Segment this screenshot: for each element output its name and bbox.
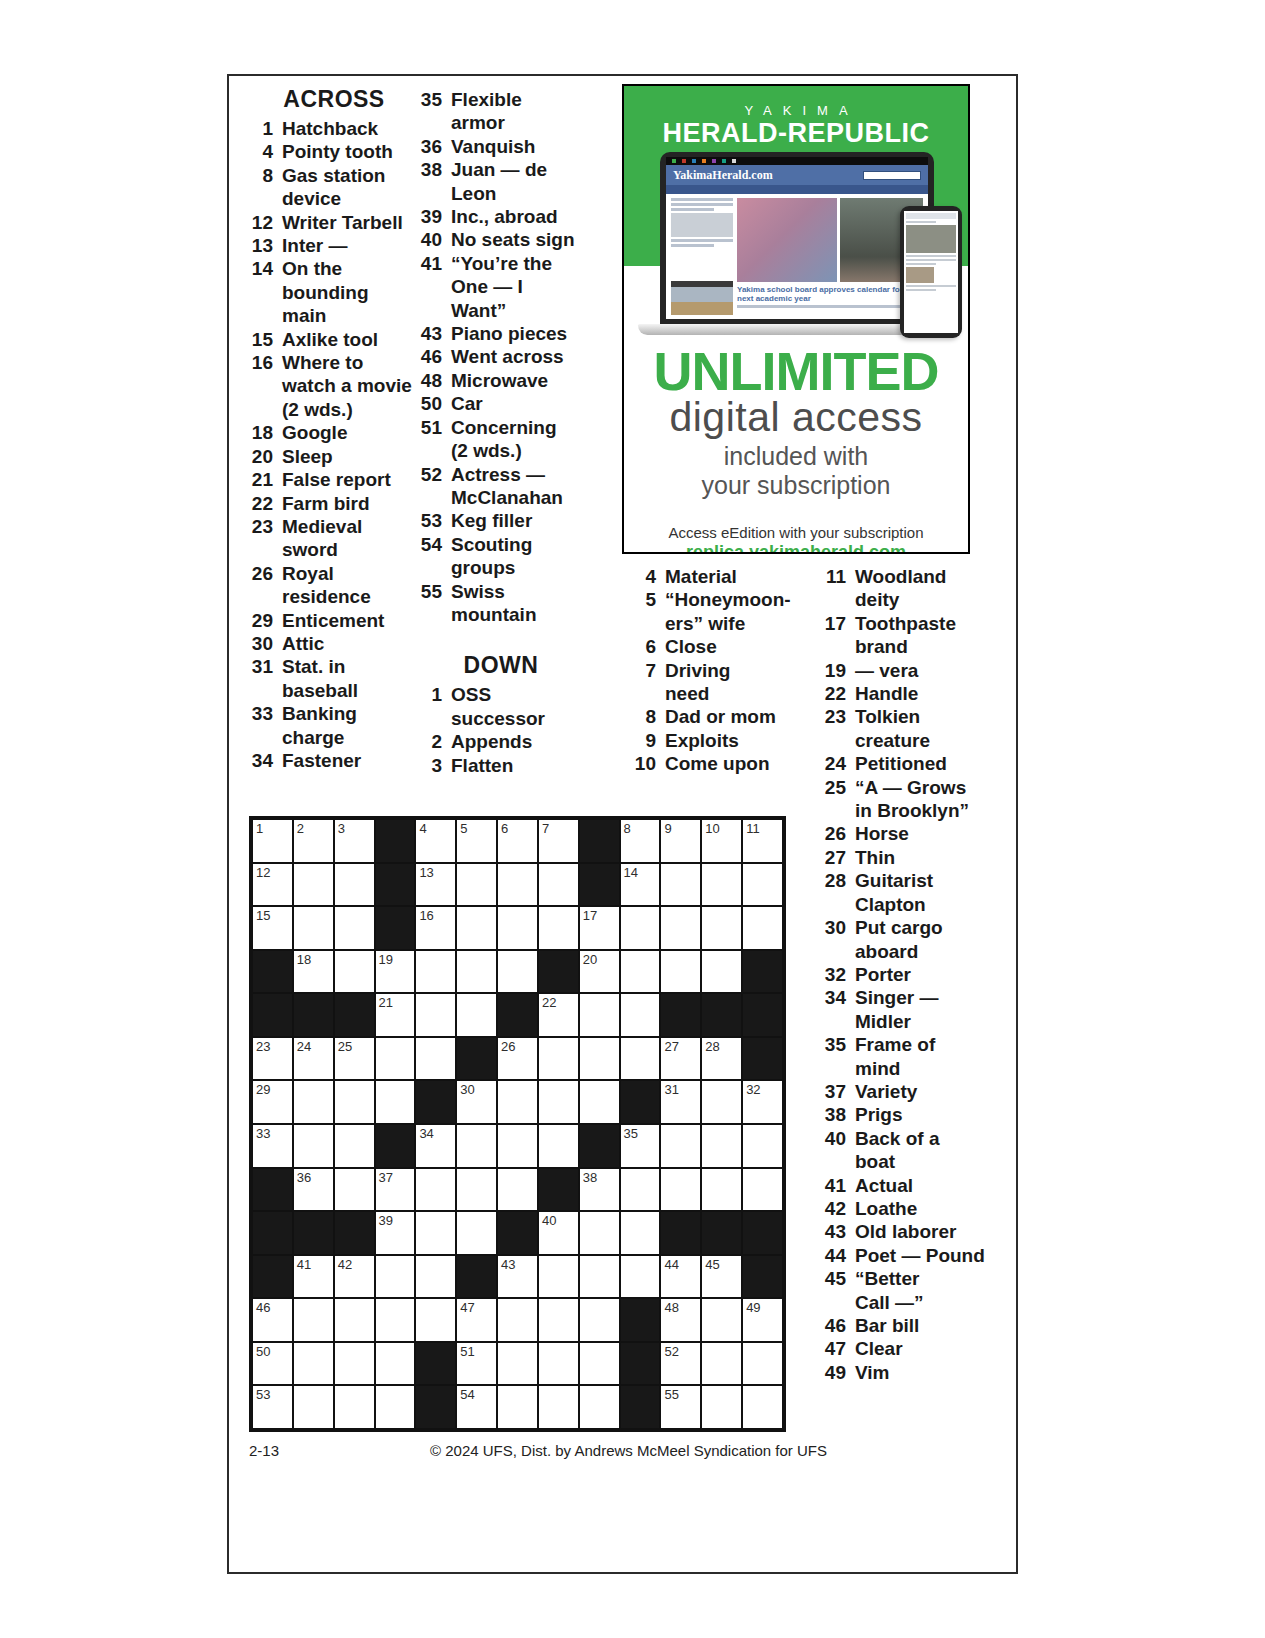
clue-text: Driving need: [665, 659, 777, 706]
cell-number: 9: [664, 821, 671, 836]
grid-cell[interactable]: [497, 1080, 538, 1124]
grid-cell[interactable]: [497, 1168, 538, 1212]
clues-column-3: 4Material5“Honeymoon- ers” wife6Close7Dr…: [629, 565, 781, 776]
cell-number: 16: [419, 908, 433, 923]
clue-text: Material: [665, 565, 777, 588]
grid-cell[interactable]: [334, 906, 375, 950]
grid-cell[interactable]: [375, 1080, 416, 1124]
grid-cell[interactable]: [701, 863, 742, 907]
grid-cell[interactable]: [415, 950, 456, 994]
grid-cell[interactable]: [538, 1037, 579, 1081]
grid-cell[interactable]: [701, 1080, 742, 1124]
grid-cell[interactable]: [456, 950, 497, 994]
grid-cell[interactable]: 36: [293, 1168, 334, 1212]
grid-cell[interactable]: 7: [538, 819, 579, 863]
clue-text: Hatchback: [282, 117, 417, 140]
grid-cell[interactable]: [620, 1037, 661, 1081]
black-cell: [579, 819, 620, 863]
clue-text: Variety: [855, 1080, 987, 1103]
grid-cell[interactable]: [334, 1342, 375, 1386]
clue-text: Attic: [282, 632, 417, 655]
grid-cell[interactable]: [293, 1080, 334, 1124]
clue-number: 32: [819, 963, 846, 986]
clue-item-across-46: 46Went across: [415, 345, 587, 368]
grid-cell[interactable]: [538, 1298, 579, 1342]
grid-cell[interactable]: [660, 950, 701, 994]
grid-cell[interactable]: 17: [579, 906, 620, 950]
grid-cell[interactable]: 32: [742, 1080, 783, 1124]
grid-cell[interactable]: [538, 906, 579, 950]
clue-text: “Better Call —”: [855, 1267, 987, 1314]
clue-item-across-15: 15Axlike tool: [246, 328, 422, 351]
grid-cell[interactable]: [497, 1342, 538, 1386]
grid-cell[interactable]: [579, 1037, 620, 1081]
cell-number: 25: [338, 1039, 352, 1054]
grid-cell[interactable]: 35: [620, 1124, 661, 1168]
clue-number: 19: [819, 659, 846, 682]
clue-item-down-46: 46Bar bill: [819, 1314, 991, 1337]
website-masthead: YakimaHerald.com: [666, 165, 928, 185]
clue-item-across-12: 12Writer Tarbell: [246, 211, 422, 234]
clue-text: Thin: [855, 846, 987, 869]
clue-text: Banking charge: [282, 702, 417, 749]
across-clues-list-2: 35Flexible armor36Vanquish38Juan — de Le…: [415, 88, 587, 626]
clue-number: 4: [246, 140, 273, 163]
clue-item-across-38: 38Juan — de Leon: [415, 158, 587, 205]
clue-number: 7: [629, 659, 656, 682]
clue-number: 47: [819, 1337, 846, 1360]
grid-cell[interactable]: [334, 1080, 375, 1124]
clue-number: 5: [629, 588, 656, 611]
cell-number: 49: [746, 1300, 760, 1315]
cell-number: 37: [379, 1170, 393, 1185]
cell-number: 51: [460, 1344, 474, 1359]
grid-cell[interactable]: [742, 906, 783, 950]
clue-text: Car: [451, 392, 578, 415]
clue-text: Horse: [855, 822, 987, 845]
clue-text: Tolkien creature: [855, 705, 987, 752]
grid-cell[interactable]: 13: [415, 863, 456, 907]
grid-cell[interactable]: 9: [660, 819, 701, 863]
grid-cell[interactable]: [701, 1124, 742, 1168]
grid-cell[interactable]: [334, 1385, 375, 1429]
clue-number: 43: [415, 322, 442, 345]
grid-cell[interactable]: 21: [375, 993, 416, 1037]
grid-cell[interactable]: 26: [497, 1037, 538, 1081]
clue-item-down-45: 45“Better Call —”: [819, 1267, 991, 1314]
grid-cell[interactable]: [742, 1385, 783, 1429]
grid-cell[interactable]: [497, 1124, 538, 1168]
clue-number: 6: [629, 635, 656, 658]
cell-number: 46: [256, 1300, 270, 1315]
grid-cell[interactable]: [456, 1211, 497, 1255]
clue-item-down-30: 30Put cargo aboard: [819, 916, 991, 963]
black-cell: [620, 1298, 661, 1342]
clue-text: Old laborer: [855, 1220, 987, 1243]
grid-cell[interactable]: [375, 1385, 416, 1429]
black-cell: [538, 1168, 579, 1212]
grid-cell[interactable]: [497, 1298, 538, 1342]
clue-number: 30: [819, 916, 846, 939]
black-cell: [620, 1385, 661, 1429]
grid-cell[interactable]: 1: [252, 819, 293, 863]
clue-text: Fastener: [282, 749, 417, 772]
grid-cell[interactable]: [579, 1080, 620, 1124]
clue-number: 10: [629, 752, 656, 775]
laptop-mockup: YakimaHerald.com: [660, 152, 934, 335]
clue-item-down-40: 40Back of a boat: [819, 1127, 991, 1174]
grid-cell[interactable]: 11: [742, 819, 783, 863]
clue-item-down-44: 44Poet — Pound: [819, 1244, 991, 1267]
grid-cell[interactable]: [375, 1298, 416, 1342]
grid-cell[interactable]: [701, 1385, 742, 1429]
grid-cell[interactable]: 48: [660, 1298, 701, 1342]
grid-cell[interactable]: 34: [415, 1124, 456, 1168]
cell-number: 14: [624, 865, 638, 880]
grid-cell[interactable]: [293, 1385, 334, 1429]
grid-cell[interactable]: 44: [660, 1255, 701, 1299]
grid-cell[interactable]: [660, 863, 701, 907]
clue-text: Frame of mind: [855, 1033, 987, 1080]
grid-cell[interactable]: [415, 993, 456, 1037]
clue-text: — vera: [855, 659, 987, 682]
black-cell: [415, 1342, 456, 1386]
grid-cell[interactable]: [456, 993, 497, 1037]
grid-cell[interactable]: 23: [252, 1037, 293, 1081]
black-cell: [742, 1037, 783, 1081]
clue-item-across-33: 33Banking charge: [246, 702, 422, 749]
clue-text: Close: [665, 635, 777, 658]
grid-cell[interactable]: [293, 1298, 334, 1342]
clue-number: 4: [629, 565, 656, 588]
grid-cell[interactable]: 8: [620, 819, 661, 863]
clue-number: 49: [819, 1361, 846, 1384]
clue-number: 55: [415, 580, 442, 603]
clue-number: 18: [246, 421, 273, 444]
clue-item-down-6: 6Close: [629, 635, 781, 658]
grid-cell[interactable]: [579, 1298, 620, 1342]
grid-cell[interactable]: 2: [293, 819, 334, 863]
clue-text: Where to watch a movie (2 wds.): [282, 351, 417, 421]
clue-number: 22: [819, 682, 846, 705]
grid-cell[interactable]: 20: [579, 950, 620, 994]
clue-number: 30: [246, 632, 273, 655]
grid-cell[interactable]: [375, 1037, 416, 1081]
clue-item-down-32: 32Porter: [819, 963, 991, 986]
clue-text: OSS successor: [451, 683, 578, 730]
grid-cell[interactable]: [620, 1211, 661, 1255]
grid-cell[interactable]: 33: [252, 1124, 293, 1168]
cell-number: 33: [256, 1126, 270, 1141]
grid-cell[interactable]: 51: [456, 1342, 497, 1386]
clue-text: Porter: [855, 963, 987, 986]
grid-cell[interactable]: [579, 993, 620, 1037]
grid-cell[interactable]: 40: [538, 1211, 579, 1255]
grid-cell[interactable]: 42: [334, 1255, 375, 1299]
black-cell: [252, 993, 293, 1037]
clue-item-across-13: 13Inter —: [246, 234, 422, 257]
clue-item-down-38: 38Prigs: [819, 1103, 991, 1126]
grid-cell[interactable]: [456, 1168, 497, 1212]
grid-cell[interactable]: [375, 1255, 416, 1299]
black-cell: [334, 1211, 375, 1255]
grid-cell[interactable]: [579, 1342, 620, 1386]
grid-cell[interactable]: [497, 950, 538, 994]
grid-cell[interactable]: 37: [375, 1168, 416, 1212]
clue-text: Clear: [855, 1337, 987, 1360]
grid-cell[interactable]: [497, 906, 538, 950]
grid-cell[interactable]: [334, 1168, 375, 1212]
grid-cell[interactable]: 53: [252, 1385, 293, 1429]
grid-cell[interactable]: 50: [252, 1342, 293, 1386]
clue-text: Keg filler: [451, 509, 578, 532]
grid-cell[interactable]: [579, 1211, 620, 1255]
grid-cell[interactable]: 3: [334, 819, 375, 863]
cell-number: 6: [501, 821, 508, 836]
grid-cell[interactable]: 15: [252, 906, 293, 950]
grid-cell[interactable]: 25: [334, 1037, 375, 1081]
grid-cell[interactable]: [538, 1342, 579, 1386]
clue-text: False report: [282, 468, 417, 491]
grid-cell[interactable]: [742, 1124, 783, 1168]
grid-cell[interactable]: [293, 1124, 334, 1168]
grid-cell[interactable]: [456, 906, 497, 950]
ad-brand-top: YAKIMA: [624, 103, 968, 118]
clue-number: 28: [819, 869, 846, 892]
clue-item-down-25: 25“A — Grows in Brooklyn”: [819, 776, 991, 823]
grid-cell[interactable]: [415, 1168, 456, 1212]
clue-item-down-34: 34Singer — Midler: [819, 986, 991, 1033]
grid-cell[interactable]: 10: [701, 819, 742, 863]
website-main-column: Yakima school board approves calendar fo…: [737, 198, 923, 315]
clue-number: 37: [819, 1080, 846, 1103]
grid-cell[interactable]: 39: [375, 1211, 416, 1255]
ad-headline: UNLIMITED: [624, 340, 968, 402]
clue-text: Piano pieces: [451, 322, 578, 345]
grid-cell[interactable]: 27: [660, 1037, 701, 1081]
grid-cell[interactable]: [660, 906, 701, 950]
clue-number: 52: [415, 463, 442, 486]
clue-text: Inc., abroad: [451, 205, 578, 228]
cell-number: 30: [460, 1082, 474, 1097]
grid-cell[interactable]: [538, 1124, 579, 1168]
grid-cell[interactable]: 52: [660, 1342, 701, 1386]
grid-cell[interactable]: [293, 863, 334, 907]
cell-number: 29: [256, 1082, 270, 1097]
grid-cell[interactable]: 54: [456, 1385, 497, 1429]
clue-number: 34: [246, 749, 273, 772]
clue-text: Exploits: [665, 729, 777, 752]
clue-item-across-52: 52Actress — McClanahan: [415, 463, 587, 510]
puzzle-frame: ACROSS 1Hatchback4Pointy tooth8Gas stati…: [227, 74, 1018, 1574]
grid-cell[interactable]: [579, 1255, 620, 1299]
clue-number: 35: [819, 1033, 846, 1056]
grid-cell[interactable]: 16: [415, 906, 456, 950]
grid-cell[interactable]: 45: [701, 1255, 742, 1299]
clue-item-across-48: 48Microwave: [415, 369, 587, 392]
ad-access-line: Access eEdition with your subscription: [624, 524, 968, 541]
grid-cell[interactable]: [701, 1342, 742, 1386]
grid-cell[interactable]: [334, 1298, 375, 1342]
clue-item-down-35: 35Frame of mind: [819, 1033, 991, 1080]
clue-item-across-1: 1Hatchback: [246, 117, 422, 140]
grid-cell[interactable]: [701, 1168, 742, 1212]
grid-cell[interactable]: [334, 1124, 375, 1168]
black-cell: [375, 819, 416, 863]
grid-cell[interactable]: [334, 950, 375, 994]
grid-cell[interactable]: 18: [293, 950, 334, 994]
grid-cell[interactable]: 6: [497, 819, 538, 863]
grid-cell[interactable]: [293, 906, 334, 950]
clue-number: 9: [629, 729, 656, 752]
clue-item-down-43: 43Old laborer: [819, 1220, 991, 1243]
phone-photo: [906, 225, 956, 253]
grid-cell[interactable]: [538, 1385, 579, 1429]
grid-cell[interactable]: 12: [252, 863, 293, 907]
grid-cell[interactable]: [660, 1124, 701, 1168]
grid-cell[interactable]: [538, 1080, 579, 1124]
clue-item-across-18: 18Google: [246, 421, 422, 444]
clue-text: Bar bill: [855, 1314, 987, 1337]
clue-item-down-9: 9Exploits: [629, 729, 781, 752]
grid-cell[interactable]: [579, 1385, 620, 1429]
website-car-photo: [671, 281, 733, 315]
subscription-ad[interactable]: YAKIMA HERALD-REPUBLIC YakimaHerald.com: [622, 84, 970, 554]
clue-text: “Honeymoon- ers” wife: [665, 588, 777, 635]
clue-item-down-23: 23Tolkien creature: [819, 705, 991, 752]
grid-cell[interactable]: [660, 1168, 701, 1212]
clue-item-across-23: 23Medieval sword: [246, 515, 422, 562]
grid-cell[interactable]: 31: [660, 1080, 701, 1124]
black-cell: [375, 1124, 416, 1168]
clue-number: 40: [415, 228, 442, 251]
grid-cell[interactable]: 47: [456, 1298, 497, 1342]
cell-number: 39: [379, 1213, 393, 1228]
clue-number: 11: [819, 565, 846, 588]
grid-cell[interactable]: [456, 863, 497, 907]
cell-number: 45: [705, 1257, 719, 1272]
cell-number: 27: [664, 1039, 678, 1054]
clue-number: 26: [246, 562, 273, 585]
clue-item-across-39: 39Inc., abroad: [415, 205, 587, 228]
cell-number: 19: [379, 952, 393, 967]
cell-number: 15: [256, 908, 270, 923]
grid-cell[interactable]: [375, 1342, 416, 1386]
website-nav-bar: [666, 185, 928, 194]
grid-cell[interactable]: [701, 906, 742, 950]
clue-number: 33: [246, 702, 273, 725]
black-cell: [456, 1037, 497, 1081]
across-header: ACROSS: [246, 86, 422, 113]
ad-url[interactable]: replica.yakimaherald.com: [624, 542, 968, 554]
website-photo-person: [737, 198, 837, 282]
grid-cell[interactable]: [701, 1298, 742, 1342]
clue-number: 20: [246, 445, 273, 468]
clue-item-down-4: 4Material: [629, 565, 781, 588]
clue-item-down-37: 37Variety: [819, 1080, 991, 1103]
grid-cell[interactable]: [620, 993, 661, 1037]
grid-cell[interactable]: [456, 1124, 497, 1168]
grid-cell[interactable]: 28: [701, 1037, 742, 1081]
cell-number: 55: [664, 1387, 678, 1402]
clue-text: Loathe: [855, 1197, 987, 1220]
grid-cell[interactable]: [497, 863, 538, 907]
grid-cell[interactable]: [620, 950, 661, 994]
black-cell: [456, 1255, 497, 1299]
grid-cell[interactable]: [620, 1168, 661, 1212]
grid-cell[interactable]: 14: [620, 863, 661, 907]
clue-item-down-47: 47Clear: [819, 1337, 991, 1360]
clue-item-across-4: 4Pointy tooth: [246, 140, 422, 163]
clue-number: 40: [819, 1127, 846, 1150]
grid-cell[interactable]: [334, 863, 375, 907]
grid-cell[interactable]: 38: [579, 1168, 620, 1212]
grid-cell[interactable]: 49: [742, 1298, 783, 1342]
grid-cell[interactable]: [742, 1342, 783, 1386]
grid-cell[interactable]: [742, 1168, 783, 1212]
grid-cell[interactable]: 19: [375, 950, 416, 994]
grid-cell[interactable]: [538, 863, 579, 907]
cell-number: 11: [746, 821, 760, 836]
grid-cell[interactable]: [415, 1037, 456, 1081]
black-cell: [293, 993, 334, 1037]
cell-number: 54: [460, 1387, 474, 1402]
grid-cell[interactable]: [415, 1255, 456, 1299]
black-cell: [252, 1168, 293, 1212]
clue-item-across-41: 41“You’re the One — I Want”: [415, 252, 587, 322]
black-cell: [742, 1211, 783, 1255]
grid-cell[interactable]: [701, 950, 742, 994]
clue-text: Petitioned: [855, 752, 987, 775]
grid-cell[interactable]: [620, 906, 661, 950]
grid-cell[interactable]: [742, 863, 783, 907]
grid-cell[interactable]: 29: [252, 1080, 293, 1124]
grid-cell[interactable]: [538, 1255, 579, 1299]
clue-item-across-8: 8Gas station device: [246, 164, 422, 211]
ad-brand-main: HERALD-REPUBLIC: [624, 118, 968, 149]
grid-cell[interactable]: 22: [538, 993, 579, 1037]
grid-cell[interactable]: 4: [415, 819, 456, 863]
clue-text: Scouting groups: [451, 533, 578, 580]
clue-text: Sleep: [282, 445, 417, 468]
grid-cell[interactable]: [415, 1211, 456, 1255]
grid-cell[interactable]: 41: [293, 1255, 334, 1299]
grid-cell[interactable]: 24: [293, 1037, 334, 1081]
cell-number: 40: [542, 1213, 556, 1228]
grid-cell[interactable]: 30: [456, 1080, 497, 1124]
grid-cell[interactable]: 5: [456, 819, 497, 863]
grid-cell[interactable]: 43: [497, 1255, 538, 1299]
clue-text: Flatten: [451, 754, 578, 777]
clue-number: 22: [246, 492, 273, 515]
black-cell: [660, 993, 701, 1037]
clue-text: Royal residence: [282, 562, 417, 609]
cell-number: 4: [419, 821, 426, 836]
clue-item-across-35: 35Flexible armor: [415, 88, 587, 135]
clue-number: 14: [246, 257, 273, 280]
grid-cell[interactable]: [497, 1385, 538, 1429]
website-content: Yakima school board approves calendar fo…: [666, 194, 928, 319]
grid-cell[interactable]: [620, 1255, 661, 1299]
clue-item-down-5: 5“Honeymoon- ers” wife: [629, 588, 781, 635]
grid-cell[interactable]: [293, 1342, 334, 1386]
grid-cell[interactable]: [415, 1298, 456, 1342]
clue-item-down-42: 42Loathe: [819, 1197, 991, 1220]
grid-cell[interactable]: 46: [252, 1298, 293, 1342]
clue-number: 39: [415, 205, 442, 228]
grid-cell[interactable]: 55: [660, 1385, 701, 1429]
clue-item-down-24: 24Petitioned: [819, 752, 991, 775]
